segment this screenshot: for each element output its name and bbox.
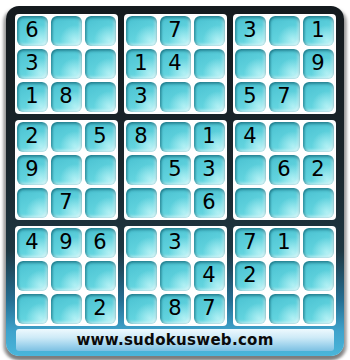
cell-r3c4: 3 bbox=[126, 82, 157, 112]
cell-r2c5: 4 bbox=[160, 49, 191, 79]
cell-r3c5[interactable] bbox=[160, 82, 191, 112]
cell-r5c2[interactable] bbox=[51, 155, 82, 185]
cell-r4c2[interactable] bbox=[51, 122, 82, 152]
cell-r3c7: 5 bbox=[235, 82, 266, 112]
cell-r3c1: 1 bbox=[17, 82, 48, 112]
cell-r3c9[interactable] bbox=[303, 82, 334, 112]
block-1-2: 7143 bbox=[124, 14, 227, 114]
sudoku-board: 631871433195725978153646249623487712 www… bbox=[6, 6, 344, 356]
site-url[interactable]: www.sudokusweb.com bbox=[76, 331, 273, 349]
cell-r5c5: 5 bbox=[160, 155, 191, 185]
cell-r4c1: 2 bbox=[17, 122, 48, 152]
cell-r3c3[interactable] bbox=[85, 82, 116, 112]
block-1-1: 6318 bbox=[15, 14, 118, 114]
cell-r8c9[interactable] bbox=[303, 261, 334, 291]
cell-r2c1: 3 bbox=[17, 49, 48, 79]
cell-r6c7[interactable] bbox=[235, 188, 266, 218]
cell-r9c5: 8 bbox=[160, 294, 191, 324]
block-3-2: 3487 bbox=[124, 226, 227, 326]
cell-r7c3: 6 bbox=[85, 228, 116, 258]
block-2-3: 462 bbox=[233, 120, 336, 220]
cell-r8c1[interactable] bbox=[17, 261, 48, 291]
cell-r6c6: 6 bbox=[194, 188, 225, 218]
cell-r2c4: 1 bbox=[126, 49, 157, 79]
cell-r2c3[interactable] bbox=[85, 49, 116, 79]
cell-r9c6: 7 bbox=[194, 294, 225, 324]
cell-r4c3: 5 bbox=[85, 122, 116, 152]
cell-r7c1: 4 bbox=[17, 228, 48, 258]
cell-r6c5[interactable] bbox=[160, 188, 191, 218]
cell-r1c4[interactable] bbox=[126, 16, 157, 46]
block-2-1: 2597 bbox=[15, 120, 118, 220]
cell-r5c8: 6 bbox=[269, 155, 300, 185]
cell-r9c3: 2 bbox=[85, 294, 116, 324]
cell-r6c3[interactable] bbox=[85, 188, 116, 218]
cell-r3c6[interactable] bbox=[194, 82, 225, 112]
cell-r7c7: 7 bbox=[235, 228, 266, 258]
cell-r1c3[interactable] bbox=[85, 16, 116, 46]
cell-r7c6[interactable] bbox=[194, 228, 225, 258]
cell-r7c2: 9 bbox=[51, 228, 82, 258]
cell-r7c9[interactable] bbox=[303, 228, 334, 258]
cell-r8c4[interactable] bbox=[126, 261, 157, 291]
cell-r1c7: 3 bbox=[235, 16, 266, 46]
cell-r2c7[interactable] bbox=[235, 49, 266, 79]
cell-r8c6: 4 bbox=[194, 261, 225, 291]
cell-r1c2[interactable] bbox=[51, 16, 82, 46]
cell-r8c5[interactable] bbox=[160, 261, 191, 291]
cell-r8c3[interactable] bbox=[85, 261, 116, 291]
block-1-3: 31957 bbox=[233, 14, 336, 114]
cell-r8c7: 2 bbox=[235, 261, 266, 291]
cell-r4c5[interactable] bbox=[160, 122, 191, 152]
cell-r5c4[interactable] bbox=[126, 155, 157, 185]
cell-r5c6: 3 bbox=[194, 155, 225, 185]
cell-r9c4[interactable] bbox=[126, 294, 157, 324]
cell-r6c8[interactable] bbox=[269, 188, 300, 218]
block-3-3: 712 bbox=[233, 226, 336, 326]
cell-r3c8: 7 bbox=[269, 82, 300, 112]
cell-r8c2[interactable] bbox=[51, 261, 82, 291]
cell-r5c3[interactable] bbox=[85, 155, 116, 185]
cell-r6c2: 7 bbox=[51, 188, 82, 218]
cell-r8c8[interactable] bbox=[269, 261, 300, 291]
cell-r9c9[interactable] bbox=[303, 294, 334, 324]
cell-r1c1: 6 bbox=[17, 16, 48, 46]
cell-r1c8[interactable] bbox=[269, 16, 300, 46]
cell-r9c1[interactable] bbox=[17, 294, 48, 324]
cell-r2c6[interactable] bbox=[194, 49, 225, 79]
cell-r1c6[interactable] bbox=[194, 16, 225, 46]
cell-r9c8[interactable] bbox=[269, 294, 300, 324]
cell-r5c7[interactable] bbox=[235, 155, 266, 185]
cell-r7c4[interactable] bbox=[126, 228, 157, 258]
cell-r6c1[interactable] bbox=[17, 188, 48, 218]
block-2-2: 81536 bbox=[124, 120, 227, 220]
sudoku-grid: 631871433195725978153646249623487712 bbox=[14, 14, 336, 326]
footer-bar: www.sudokusweb.com bbox=[16, 329, 334, 351]
cell-r2c2[interactable] bbox=[51, 49, 82, 79]
cell-r6c9[interactable] bbox=[303, 188, 334, 218]
cell-r2c8[interactable] bbox=[269, 49, 300, 79]
cell-r4c6: 1 bbox=[194, 122, 225, 152]
cell-r4c7: 4 bbox=[235, 122, 266, 152]
cell-r4c9[interactable] bbox=[303, 122, 334, 152]
cell-r5c1: 9 bbox=[17, 155, 48, 185]
cell-r4c8[interactable] bbox=[269, 122, 300, 152]
cell-r5c9: 2 bbox=[303, 155, 334, 185]
cell-r7c8: 1 bbox=[269, 228, 300, 258]
cell-r1c5: 7 bbox=[160, 16, 191, 46]
cell-r6c4[interactable] bbox=[126, 188, 157, 218]
cell-r7c5: 3 bbox=[160, 228, 191, 258]
block-3-1: 4962 bbox=[15, 226, 118, 326]
cell-r4c4: 8 bbox=[126, 122, 157, 152]
cell-r3c2: 8 bbox=[51, 82, 82, 112]
cell-r1c9: 1 bbox=[303, 16, 334, 46]
cell-r9c7[interactable] bbox=[235, 294, 266, 324]
cell-r2c9: 9 bbox=[303, 49, 334, 79]
cell-r9c2[interactable] bbox=[51, 294, 82, 324]
